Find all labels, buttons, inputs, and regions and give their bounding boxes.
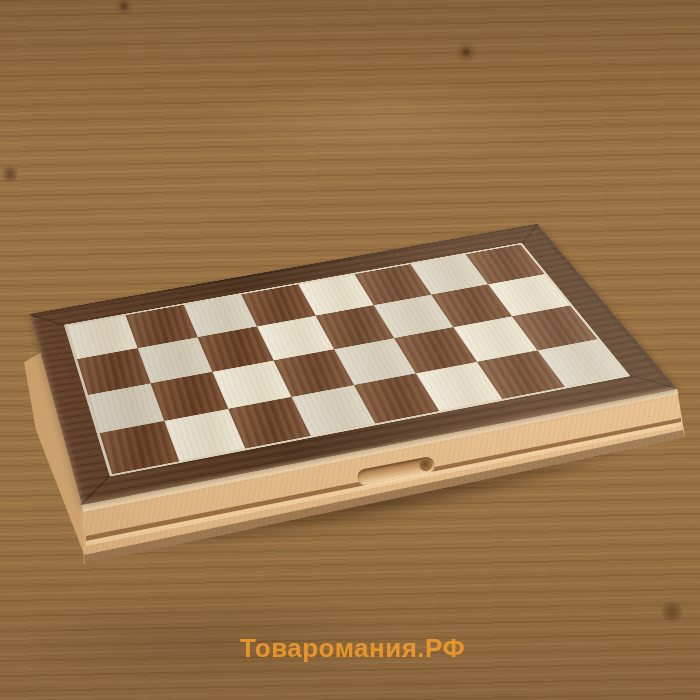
handle-notch-hole (418, 457, 433, 472)
watermark-text: Товаромания.РФ (240, 633, 465, 664)
table-surface: Товаромания.РФ (0, 0, 700, 700)
